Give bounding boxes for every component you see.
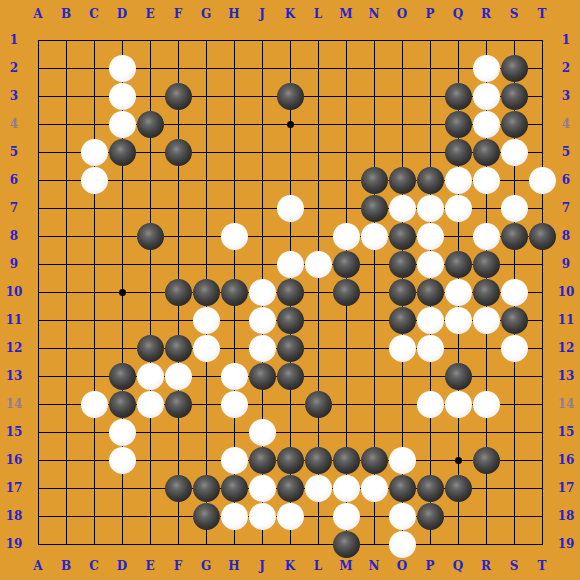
black-stone-q13 bbox=[445, 363, 472, 390]
white-stone-m17 bbox=[333, 475, 360, 502]
black-stone-j16 bbox=[249, 447, 276, 474]
row-label-left-4: 4 bbox=[10, 118, 18, 130]
white-stone-k7 bbox=[277, 195, 304, 222]
white-stone-p12 bbox=[417, 335, 444, 362]
black-stone-n7 bbox=[361, 195, 388, 222]
column-label-top-a: A bbox=[33, 8, 42, 20]
row-label-right-13: 13 bbox=[558, 370, 575, 382]
white-stone-g12 bbox=[193, 335, 220, 362]
white-stone-r11 bbox=[473, 307, 500, 334]
white-stone-o16 bbox=[389, 447, 416, 474]
white-stone-q11 bbox=[445, 307, 472, 334]
row-label-left-12: 12 bbox=[6, 342, 23, 354]
white-stone-n8 bbox=[361, 223, 388, 250]
white-stone-p7 bbox=[417, 195, 444, 222]
black-stone-l14 bbox=[305, 391, 332, 418]
white-stone-r4 bbox=[473, 111, 500, 138]
row-label-left-9: 9 bbox=[10, 258, 18, 270]
star-point-d10 bbox=[119, 289, 126, 296]
black-stone-q9 bbox=[445, 251, 472, 278]
black-stone-m9 bbox=[333, 251, 360, 278]
black-stone-f3 bbox=[165, 83, 192, 110]
black-stone-e12 bbox=[137, 335, 164, 362]
white-stone-p14 bbox=[417, 391, 444, 418]
white-stone-h13 bbox=[221, 363, 248, 390]
black-stone-f5 bbox=[165, 139, 192, 166]
row-label-left-2: 2 bbox=[10, 62, 18, 74]
white-stone-j15 bbox=[249, 419, 276, 446]
column-label-top-b: B bbox=[61, 8, 71, 20]
column-label-top-j: J bbox=[259, 8, 265, 20]
row-label-left-11: 11 bbox=[6, 314, 23, 326]
row-label-right-14: 14 bbox=[558, 398, 575, 410]
white-stone-s5 bbox=[501, 139, 528, 166]
column-label-top-k: K bbox=[285, 8, 295, 20]
row-label-left-19: 19 bbox=[6, 538, 23, 550]
column-label-top-l: L bbox=[314, 8, 322, 20]
white-stone-p9 bbox=[417, 251, 444, 278]
black-stone-f10 bbox=[165, 279, 192, 306]
white-stone-d4 bbox=[109, 111, 136, 138]
black-stone-m19 bbox=[333, 531, 360, 558]
black-stone-r5 bbox=[473, 139, 500, 166]
black-stone-q17 bbox=[445, 475, 472, 502]
white-stone-c14 bbox=[81, 391, 108, 418]
black-stone-n6 bbox=[361, 167, 388, 194]
row-label-left-14: 14 bbox=[6, 398, 23, 410]
white-stone-k18 bbox=[277, 503, 304, 530]
column-label-top-d: D bbox=[117, 8, 127, 20]
black-stone-l16 bbox=[305, 447, 332, 474]
white-stone-r14 bbox=[473, 391, 500, 418]
column-label-top-t: T bbox=[538, 8, 547, 20]
white-stone-q10 bbox=[445, 279, 472, 306]
row-label-left-16: 16 bbox=[6, 454, 23, 466]
black-stone-p6 bbox=[417, 167, 444, 194]
black-stone-r10 bbox=[473, 279, 500, 306]
black-stone-s3 bbox=[501, 83, 528, 110]
column-label-bottom-l: L bbox=[314, 560, 322, 572]
white-stone-e13 bbox=[137, 363, 164, 390]
black-stone-n16 bbox=[361, 447, 388, 474]
black-stone-o6 bbox=[389, 167, 416, 194]
black-stone-d5 bbox=[109, 139, 136, 166]
white-stone-m8 bbox=[333, 223, 360, 250]
white-stone-o18 bbox=[389, 503, 416, 530]
column-label-bottom-e: E bbox=[145, 560, 154, 572]
go-board[interactable]: AABBCCDDEEFFGGHHJJKKLLMMNNOOPPQQRRSSTT11… bbox=[0, 0, 580, 580]
row-label-left-7: 7 bbox=[10, 202, 18, 214]
white-stone-r3 bbox=[473, 83, 500, 110]
white-stone-d3 bbox=[109, 83, 136, 110]
black-stone-f12 bbox=[165, 335, 192, 362]
column-label-top-e: E bbox=[145, 8, 154, 20]
black-stone-h17 bbox=[221, 475, 248, 502]
column-label-bottom-t: T bbox=[538, 560, 547, 572]
white-stone-o7 bbox=[389, 195, 416, 222]
black-stone-e4 bbox=[137, 111, 164, 138]
white-stone-h18 bbox=[221, 503, 248, 530]
black-stone-q4 bbox=[445, 111, 472, 138]
black-stone-o10 bbox=[389, 279, 416, 306]
white-stone-p11 bbox=[417, 307, 444, 334]
white-stone-h14 bbox=[221, 391, 248, 418]
white-stone-d15 bbox=[109, 419, 136, 446]
white-stone-h8 bbox=[221, 223, 248, 250]
row-label-right-4: 4 bbox=[562, 118, 570, 130]
row-label-right-16: 16 bbox=[558, 454, 575, 466]
white-stone-f13 bbox=[165, 363, 192, 390]
white-stone-c5 bbox=[81, 139, 108, 166]
black-stone-p10 bbox=[417, 279, 444, 306]
white-stone-q7 bbox=[445, 195, 472, 222]
black-stone-k16 bbox=[277, 447, 304, 474]
white-stone-r6 bbox=[473, 167, 500, 194]
black-stone-k12 bbox=[277, 335, 304, 362]
row-label-right-7: 7 bbox=[562, 202, 570, 214]
column-label-top-q: Q bbox=[453, 8, 463, 20]
row-label-left-5: 5 bbox=[10, 146, 18, 158]
white-stone-j10 bbox=[249, 279, 276, 306]
column-label-bottom-c: C bbox=[89, 560, 99, 572]
black-stone-d14 bbox=[109, 391, 136, 418]
star-point-k4 bbox=[287, 121, 294, 128]
white-stone-l9 bbox=[305, 251, 332, 278]
white-stone-s12 bbox=[501, 335, 528, 362]
white-stone-j18 bbox=[249, 503, 276, 530]
white-stone-g11 bbox=[193, 307, 220, 334]
white-stone-j17 bbox=[249, 475, 276, 502]
column-label-bottom-n: N bbox=[369, 560, 380, 572]
black-stone-s8 bbox=[501, 223, 528, 250]
black-stone-h10 bbox=[221, 279, 248, 306]
star-point-q16 bbox=[455, 457, 462, 464]
white-stone-t6 bbox=[529, 167, 556, 194]
row-label-right-2: 2 bbox=[562, 62, 570, 74]
black-stone-r9 bbox=[473, 251, 500, 278]
column-label-bottom-g: G bbox=[201, 560, 211, 572]
white-stone-j11 bbox=[249, 307, 276, 334]
white-stone-n17 bbox=[361, 475, 388, 502]
white-stone-d16 bbox=[109, 447, 136, 474]
black-stone-g10 bbox=[193, 279, 220, 306]
row-label-right-3: 3 bbox=[562, 90, 570, 102]
white-stone-d2 bbox=[109, 55, 136, 82]
row-label-right-15: 15 bbox=[558, 426, 575, 438]
column-label-top-n: N bbox=[369, 8, 380, 20]
black-stone-o9 bbox=[389, 251, 416, 278]
column-label-top-m: M bbox=[339, 8, 352, 20]
black-stone-k13 bbox=[277, 363, 304, 390]
row-label-left-1: 1 bbox=[10, 34, 18, 46]
column-label-top-p: P bbox=[425, 8, 434, 20]
white-stone-m18 bbox=[333, 503, 360, 530]
black-stone-s11 bbox=[501, 307, 528, 334]
black-stone-f14 bbox=[165, 391, 192, 418]
black-stone-o11 bbox=[389, 307, 416, 334]
white-stone-l17 bbox=[305, 475, 332, 502]
white-stone-r8 bbox=[473, 223, 500, 250]
black-stone-m10 bbox=[333, 279, 360, 306]
black-stone-q5 bbox=[445, 139, 472, 166]
row-label-left-3: 3 bbox=[10, 90, 18, 102]
white-stone-c6 bbox=[81, 167, 108, 194]
black-stone-f17 bbox=[165, 475, 192, 502]
black-stone-m16 bbox=[333, 447, 360, 474]
row-label-right-1: 1 bbox=[562, 34, 570, 46]
row-label-right-19: 19 bbox=[558, 538, 575, 550]
column-label-bottom-f: F bbox=[174, 560, 183, 572]
column-label-top-g: G bbox=[201, 8, 211, 20]
column-label-bottom-r: R bbox=[481, 560, 491, 572]
column-label-top-h: H bbox=[228, 8, 239, 20]
white-stone-j12 bbox=[249, 335, 276, 362]
black-stone-g18 bbox=[193, 503, 220, 530]
black-stone-k10 bbox=[277, 279, 304, 306]
black-stone-s4 bbox=[501, 111, 528, 138]
column-label-bottom-j: J bbox=[259, 560, 265, 572]
column-label-bottom-b: B bbox=[61, 560, 71, 572]
black-stone-j13 bbox=[249, 363, 276, 390]
white-stone-r2 bbox=[473, 55, 500, 82]
row-label-right-10: 10 bbox=[558, 286, 575, 298]
white-stone-o12 bbox=[389, 335, 416, 362]
white-stone-s7 bbox=[501, 195, 528, 222]
black-stone-r16 bbox=[473, 447, 500, 474]
black-stone-t8 bbox=[529, 223, 556, 250]
row-label-left-17: 17 bbox=[6, 482, 23, 494]
column-label-top-o: O bbox=[397, 8, 407, 20]
black-stone-k17 bbox=[277, 475, 304, 502]
column-label-bottom-k: K bbox=[285, 560, 295, 572]
row-label-right-18: 18 bbox=[558, 510, 575, 522]
white-stone-q14 bbox=[445, 391, 472, 418]
row-label-right-17: 17 bbox=[558, 482, 575, 494]
black-stone-q3 bbox=[445, 83, 472, 110]
column-label-top-r: R bbox=[481, 8, 491, 20]
column-label-bottom-a: A bbox=[33, 560, 42, 572]
column-label-bottom-o: O bbox=[397, 560, 407, 572]
black-stone-p17 bbox=[417, 475, 444, 502]
black-stone-s2 bbox=[501, 55, 528, 82]
column-label-top-c: C bbox=[89, 8, 99, 20]
column-label-bottom-q: Q bbox=[453, 560, 463, 572]
column-label-bottom-p: P bbox=[425, 560, 434, 572]
column-label-bottom-s: S bbox=[510, 560, 519, 572]
black-stone-p18 bbox=[417, 503, 444, 530]
white-stone-s10 bbox=[501, 279, 528, 306]
black-stone-g17 bbox=[193, 475, 220, 502]
white-stone-p8 bbox=[417, 223, 444, 250]
row-label-left-18: 18 bbox=[6, 510, 23, 522]
black-stone-k11 bbox=[277, 307, 304, 334]
row-label-right-5: 5 bbox=[562, 146, 570, 158]
black-stone-o17 bbox=[389, 475, 416, 502]
row-label-right-6: 6 bbox=[562, 174, 570, 186]
white-stone-h16 bbox=[221, 447, 248, 474]
row-label-right-12: 12 bbox=[558, 342, 575, 354]
column-label-bottom-h: H bbox=[228, 560, 239, 572]
row-label-right-11: 11 bbox=[558, 314, 575, 326]
column-label-top-f: F bbox=[174, 8, 183, 20]
white-stone-e14 bbox=[137, 391, 164, 418]
row-label-left-8: 8 bbox=[10, 230, 18, 242]
black-stone-d13 bbox=[109, 363, 136, 390]
row-label-left-10: 10 bbox=[6, 286, 23, 298]
white-stone-q6 bbox=[445, 167, 472, 194]
column-label-top-s: S bbox=[510, 8, 519, 20]
black-stone-k3 bbox=[277, 83, 304, 110]
row-label-right-8: 8 bbox=[562, 230, 570, 242]
black-stone-e8 bbox=[137, 223, 164, 250]
column-label-bottom-d: D bbox=[117, 560, 127, 572]
column-label-bottom-m: M bbox=[339, 560, 352, 572]
row-label-left-6: 6 bbox=[10, 174, 18, 186]
black-stone-o8 bbox=[389, 223, 416, 250]
white-stone-k9 bbox=[277, 251, 304, 278]
white-stone-o19 bbox=[389, 531, 416, 558]
row-label-right-9: 9 bbox=[562, 258, 570, 270]
row-label-left-15: 15 bbox=[6, 426, 23, 438]
row-label-left-13: 13 bbox=[6, 370, 23, 382]
